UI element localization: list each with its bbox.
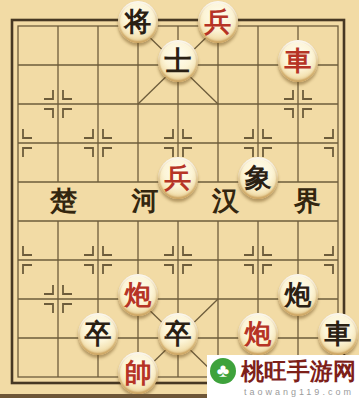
board-grid: 将兵士車兵象炮炮卒卒炮車帥 — [0, 6, 358, 396]
board-cell[interactable] — [238, 45, 278, 84]
board-cell[interactable] — [38, 240, 78, 279]
board-cell[interactable] — [278, 84, 318, 123]
board-cell[interactable] — [78, 45, 118, 84]
board-cell[interactable] — [198, 279, 238, 318]
board-cell[interactable] — [278, 201, 318, 240]
board-cell[interactable] — [38, 201, 78, 240]
board-cell[interactable] — [118, 201, 158, 240]
board-cell[interactable] — [0, 6, 38, 45]
watermark-title: 桃旺手游网 — [241, 356, 356, 387]
board-cell[interactable] — [0, 162, 38, 201]
board-cell[interactable] — [198, 201, 238, 240]
board-cell[interactable] — [78, 240, 118, 279]
piece-black-炮[interactable]: 炮 — [278, 274, 318, 316]
board-cell[interactable]: 炮 — [118, 279, 158, 318]
board-cell[interactable] — [318, 162, 358, 201]
board-cell[interactable] — [158, 357, 198, 396]
piece-red-兵[interactable]: 兵 — [158, 157, 198, 199]
board-cell[interactable]: 象 — [238, 162, 278, 201]
board-cell[interactable] — [118, 162, 158, 201]
board-cell[interactable] — [78, 162, 118, 201]
board-cell[interactable] — [118, 45, 158, 84]
piece-black-士[interactable]: 士 — [158, 40, 198, 82]
board-cell[interactable] — [158, 201, 198, 240]
board-cell[interactable] — [38, 318, 78, 357]
board-cell[interactable]: 車 — [318, 318, 358, 357]
board-cell[interactable]: 卒 — [78, 318, 118, 357]
board-cell[interactable] — [78, 201, 118, 240]
board-cell[interactable]: 炮 — [238, 318, 278, 357]
board-cell[interactable] — [38, 6, 78, 45]
board-cell[interactable] — [238, 201, 278, 240]
board-cell[interactable] — [0, 84, 38, 123]
board-cell[interactable]: 帥 — [118, 357, 158, 396]
xiangqi-board: 楚 河 汉 界 将兵士車兵象炮炮卒卒炮車帥 ♣ 桃旺手游网 taowang119… — [0, 0, 359, 398]
board-cell[interactable]: 士 — [158, 45, 198, 84]
watermark: ♣ 桃旺手游网 taowang119.com — [207, 355, 359, 398]
clover-logo-icon: ♣ — [210, 358, 236, 384]
piece-red-炮[interactable]: 炮 — [118, 274, 158, 316]
board-cell[interactable] — [0, 45, 38, 84]
board-cell[interactable] — [38, 84, 78, 123]
piece-black-卒[interactable]: 卒 — [158, 313, 198, 355]
piece-black-将[interactable]: 将 — [118, 1, 158, 43]
board-cell[interactable] — [38, 162, 78, 201]
board-cell[interactable] — [38, 357, 78, 396]
board-cell[interactable] — [78, 123, 118, 162]
board-cell[interactable] — [318, 240, 358, 279]
piece-black-卒[interactable]: 卒 — [78, 313, 118, 355]
piece-black-車[interactable]: 車 — [318, 313, 358, 355]
board-cell[interactable] — [158, 84, 198, 123]
board-cell[interactable] — [78, 84, 118, 123]
board-cell[interactable] — [0, 240, 38, 279]
piece-black-象[interactable]: 象 — [238, 157, 278, 199]
board-cell[interactable] — [198, 45, 238, 84]
piece-red-炮[interactable]: 炮 — [238, 313, 278, 355]
board-cell[interactable] — [0, 357, 38, 396]
board-cell[interactable] — [318, 201, 358, 240]
piece-red-兵[interactable]: 兵 — [198, 1, 238, 43]
board-cell[interactable] — [118, 123, 158, 162]
board-cell[interactable] — [38, 123, 78, 162]
board-cell[interactable] — [318, 6, 358, 45]
board-cell[interactable] — [198, 123, 238, 162]
watermark-url: taowang119.com — [244, 387, 354, 397]
board-cell[interactable] — [78, 6, 118, 45]
board-cell[interactable] — [0, 123, 38, 162]
board-cell[interactable] — [238, 84, 278, 123]
board-cell[interactable] — [118, 84, 158, 123]
board-cell[interactable] — [278, 162, 318, 201]
board-cell[interactable] — [238, 6, 278, 45]
board-cell[interactable] — [0, 318, 38, 357]
board-cell[interactable] — [0, 201, 38, 240]
board-cell[interactable]: 卒 — [158, 318, 198, 357]
board-cell[interactable] — [38, 279, 78, 318]
board-cell[interactable] — [158, 240, 198, 279]
board-cell[interactable]: 車 — [278, 45, 318, 84]
board-cell[interactable] — [78, 357, 118, 396]
board-cell[interactable] — [38, 45, 78, 84]
board-cell[interactable] — [198, 84, 238, 123]
board-cell[interactable] — [318, 45, 358, 84]
board-cell[interactable] — [198, 240, 238, 279]
board-cell[interactable] — [318, 123, 358, 162]
board-cell[interactable] — [198, 162, 238, 201]
board-cell[interactable]: 将 — [118, 6, 158, 45]
piece-red-車[interactable]: 車 — [278, 40, 318, 82]
board-cell[interactable]: 兵 — [198, 6, 238, 45]
board-cell[interactable] — [318, 84, 358, 123]
board-cell[interactable]: 兵 — [158, 162, 198, 201]
board-cell[interactable] — [278, 123, 318, 162]
board-cell[interactable] — [0, 279, 38, 318]
board-cell[interactable] — [198, 318, 238, 357]
piece-red-帥[interactable]: 帥 — [118, 352, 158, 394]
board-cell[interactable] — [278, 318, 318, 357]
watermark-row: ♣ 桃旺手游网 — [207, 356, 356, 386]
board-cell[interactable] — [238, 240, 278, 279]
board-cell[interactable]: 炮 — [278, 279, 318, 318]
